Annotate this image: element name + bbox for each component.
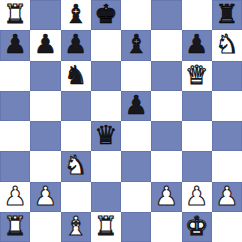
square-b4[interactable]: [30, 121, 60, 151]
square-d1[interactable]: ♜: [91, 212, 121, 242]
square-d6[interactable]: [91, 61, 121, 91]
piece-black-bishop[interactable]: ♝: [124, 31, 147, 57]
square-a3[interactable]: [0, 151, 30, 181]
square-f8[interactable]: [151, 0, 181, 30]
square-a7[interactable]: ♟: [0, 30, 30, 60]
square-h7[interactable]: ♞: [212, 30, 242, 60]
piece-black-pawn[interactable]: ♟: [64, 31, 87, 57]
square-g7[interactable]: ♟: [182, 30, 212, 60]
chess-board: ♜♝♚♜♟♟♟♝♟♞♞♛♟♛♞♟♟♟♟♟♜♝♜♚: [0, 0, 242, 242]
piece-black-pawn[interactable]: ♟: [3, 31, 26, 57]
square-b5[interactable]: [30, 91, 60, 121]
square-g1[interactable]: ♚: [182, 212, 212, 242]
square-a5[interactable]: [0, 91, 30, 121]
piece-black-pawn[interactable]: ♟: [185, 31, 208, 57]
piece-white-bishop[interactable]: ♝: [64, 213, 87, 239]
piece-black-pawn[interactable]: ♟: [124, 92, 147, 118]
square-g2[interactable]: ♟: [182, 182, 212, 212]
square-h5[interactable]: [212, 91, 242, 121]
square-e4[interactable]: [121, 121, 151, 151]
square-c5[interactable]: [61, 91, 91, 121]
square-g6[interactable]: ♛: [182, 61, 212, 91]
square-b8[interactable]: [30, 0, 60, 30]
square-f3[interactable]: [151, 151, 181, 181]
piece-white-knight[interactable]: ♞: [64, 152, 87, 178]
square-d5[interactable]: [91, 91, 121, 121]
square-b7[interactable]: ♟: [30, 30, 60, 60]
square-f7[interactable]: [151, 30, 181, 60]
square-h1[interactable]: [212, 212, 242, 242]
square-h8[interactable]: ♜: [212, 0, 242, 30]
piece-white-knight[interactable]: ♞: [215, 31, 238, 57]
square-f6[interactable]: [151, 61, 181, 91]
piece-black-queen[interactable]: ♛: [94, 122, 117, 148]
piece-white-rook[interactable]: ♜: [3, 213, 26, 239]
square-h3[interactable]: [212, 151, 242, 181]
piece-white-pawn[interactable]: ♟: [34, 183, 57, 209]
square-d7[interactable]: [91, 30, 121, 60]
square-e3[interactable]: [121, 151, 151, 181]
square-a2[interactable]: ♟: [0, 182, 30, 212]
square-c4[interactable]: [61, 121, 91, 151]
square-b1[interactable]: [30, 212, 60, 242]
square-b3[interactable]: [30, 151, 60, 181]
square-b6[interactable]: [30, 61, 60, 91]
piece-black-rook[interactable]: ♜: [215, 1, 238, 27]
square-c7[interactable]: ♟: [61, 30, 91, 60]
square-a8[interactable]: ♜: [0, 0, 30, 30]
piece-black-pawn[interactable]: ♟: [34, 31, 57, 57]
square-a6[interactable]: [0, 61, 30, 91]
square-g5[interactable]: [182, 91, 212, 121]
square-e8[interactable]: [121, 0, 151, 30]
square-e5[interactable]: ♟: [121, 91, 151, 121]
square-f1[interactable]: [151, 212, 181, 242]
square-d2[interactable]: [91, 182, 121, 212]
square-c2[interactable]: [61, 182, 91, 212]
square-h2[interactable]: ♟: [212, 182, 242, 212]
piece-white-queen[interactable]: ♛: [185, 62, 208, 88]
piece-white-pawn[interactable]: ♟: [155, 183, 178, 209]
square-c3[interactable]: ♞: [61, 151, 91, 181]
square-h6[interactable]: [212, 61, 242, 91]
square-e7[interactable]: ♝: [121, 30, 151, 60]
piece-white-pawn[interactable]: ♟: [3, 183, 26, 209]
square-b2[interactable]: ♟: [30, 182, 60, 212]
piece-white-king[interactable]: ♚: [185, 213, 208, 239]
square-e1[interactable]: [121, 212, 151, 242]
square-a1[interactable]: ♜: [0, 212, 30, 242]
square-h4[interactable]: [212, 121, 242, 151]
square-d8[interactable]: ♚: [91, 0, 121, 30]
piece-white-pawn[interactable]: ♟: [185, 183, 208, 209]
piece-black-knight[interactable]: ♞: [64, 62, 87, 88]
piece-white-pawn[interactable]: ♟: [215, 183, 238, 209]
square-c6[interactable]: ♞: [61, 61, 91, 91]
piece-white-rook[interactable]: ♜: [3, 1, 26, 27]
square-g4[interactable]: [182, 121, 212, 151]
square-f4[interactable]: [151, 121, 181, 151]
square-e6[interactable]: [121, 61, 151, 91]
square-d3[interactable]: [91, 151, 121, 181]
square-c1[interactable]: ♝: [61, 212, 91, 242]
square-f2[interactable]: ♟: [151, 182, 181, 212]
piece-black-king[interactable]: ♚: [94, 1, 117, 27]
piece-white-rook[interactable]: ♜: [94, 213, 117, 239]
square-g3[interactable]: [182, 151, 212, 181]
square-c8[interactable]: ♝: [61, 0, 91, 30]
square-g8[interactable]: [182, 0, 212, 30]
square-e2[interactable]: [121, 182, 151, 212]
square-f5[interactable]: [151, 91, 181, 121]
piece-black-bishop[interactable]: ♝: [64, 1, 87, 27]
square-a4[interactable]: [0, 121, 30, 151]
square-d4[interactable]: ♛: [91, 121, 121, 151]
